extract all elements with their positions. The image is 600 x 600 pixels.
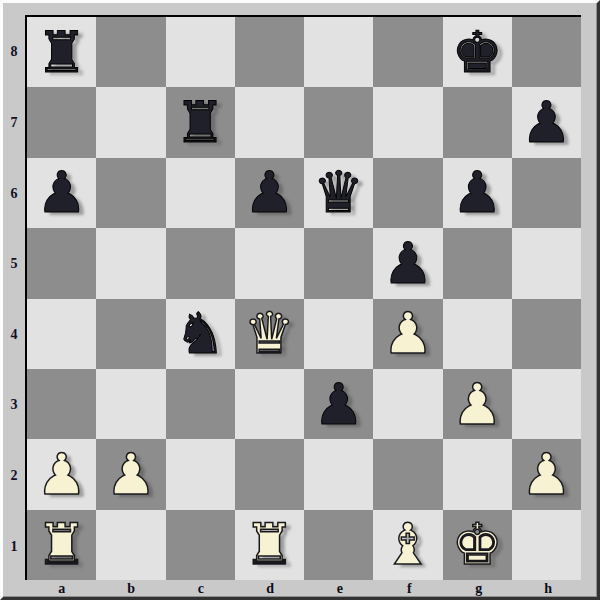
white-rook-d1: ♜ — [244, 516, 295, 573]
square-a8[interactable]: ♜ — [27, 17, 96, 87]
square-a4[interactable] — [27, 299, 96, 369]
square-a2[interactable]: ♟ — [27, 439, 96, 509]
black-king-g8: ♚ — [452, 24, 503, 81]
rank-label-8: 8 — [3, 17, 25, 88]
square-c3[interactable] — [166, 369, 235, 439]
square-d1[interactable]: ♜ — [235, 510, 304, 580]
white-pawn-a2: ♟ — [36, 446, 87, 503]
black-queen-e6: ♛ — [313, 164, 364, 221]
square-a7[interactable] — [27, 87, 96, 157]
square-g7[interactable] — [443, 87, 512, 157]
square-h5[interactable] — [512, 228, 581, 298]
square-d5[interactable] — [235, 228, 304, 298]
square-b6[interactable] — [96, 158, 165, 228]
square-h1[interactable] — [512, 510, 581, 580]
square-e5[interactable] — [304, 228, 373, 298]
square-b4[interactable] — [96, 299, 165, 369]
black-rook-a8: ♜ — [36, 24, 87, 81]
square-f5[interactable]: ♟ — [373, 228, 442, 298]
file-label-b: b — [97, 581, 167, 597]
square-f8[interactable] — [373, 17, 442, 87]
rank-label-7: 7 — [3, 88, 25, 159]
square-a3[interactable] — [27, 369, 96, 439]
square-g6[interactable]: ♟ — [443, 158, 512, 228]
square-d8[interactable] — [235, 17, 304, 87]
square-a5[interactable] — [27, 228, 96, 298]
black-knight-c4: ♞ — [175, 305, 226, 362]
square-g4[interactable] — [443, 299, 512, 369]
square-b8[interactable] — [96, 17, 165, 87]
rank-labels: 87654321 — [3, 17, 25, 582]
black-pawn-g6: ♟ — [452, 164, 503, 221]
square-h4[interactable] — [512, 299, 581, 369]
square-f3[interactable] — [373, 369, 442, 439]
rank-label-6: 6 — [3, 158, 25, 229]
square-a6[interactable]: ♟ — [27, 158, 96, 228]
square-c8[interactable] — [166, 17, 235, 87]
square-f4[interactable]: ♟ — [373, 299, 442, 369]
black-pawn-a6: ♟ — [36, 164, 87, 221]
file-label-e: e — [305, 581, 375, 597]
white-queen-d4: ♛ — [244, 305, 295, 362]
square-g8[interactable]: ♚ — [443, 17, 512, 87]
black-pawn-e3: ♟ — [313, 376, 364, 433]
rank-label-1: 1 — [3, 511, 25, 582]
square-d4[interactable]: ♛ — [235, 299, 304, 369]
square-d3[interactable] — [235, 369, 304, 439]
square-e8[interactable] — [304, 17, 373, 87]
file-label-a: a — [27, 581, 97, 597]
chessboard: ♜♚♜♟♟♟♛♟♟♞♛♟♟♟♟♟♟♜♜♝♚ — [25, 15, 581, 580]
file-label-h: h — [514, 581, 584, 597]
square-f6[interactable] — [373, 158, 442, 228]
square-g3[interactable]: ♟ — [443, 369, 512, 439]
square-c4[interactable]: ♞ — [166, 299, 235, 369]
square-h2[interactable]: ♟ — [512, 439, 581, 509]
square-c6[interactable] — [166, 158, 235, 228]
black-rook-c7: ♜ — [175, 94, 226, 151]
square-h3[interactable] — [512, 369, 581, 439]
square-b1[interactable] — [96, 510, 165, 580]
square-d6[interactable]: ♟ — [235, 158, 304, 228]
file-label-g: g — [444, 581, 514, 597]
white-king-g1: ♚ — [452, 516, 503, 573]
square-f7[interactable] — [373, 87, 442, 157]
file-labels: abcdefgh — [27, 581, 583, 597]
square-h6[interactable] — [512, 158, 581, 228]
black-pawn-f5: ♟ — [382, 235, 433, 292]
square-e4[interactable] — [304, 299, 373, 369]
square-f1[interactable]: ♝ — [373, 510, 442, 580]
rank-label-5: 5 — [3, 229, 25, 300]
square-d2[interactable] — [235, 439, 304, 509]
square-b2[interactable]: ♟ — [96, 439, 165, 509]
rank-label-2: 2 — [3, 441, 25, 512]
white-pawn-b2: ♟ — [105, 446, 156, 503]
square-a1[interactable]: ♜ — [27, 510, 96, 580]
file-label-c: c — [166, 581, 236, 597]
square-e3[interactable]: ♟ — [304, 369, 373, 439]
square-g5[interactable] — [443, 228, 512, 298]
square-e7[interactable] — [304, 87, 373, 157]
square-h7[interactable]: ♟ — [512, 87, 581, 157]
white-bishop-f1: ♝ — [382, 516, 433, 573]
square-e6[interactable]: ♛ — [304, 158, 373, 228]
square-b7[interactable] — [96, 87, 165, 157]
black-pawn-h7: ♟ — [521, 94, 572, 151]
white-rook-a1: ♜ — [36, 516, 87, 573]
square-h8[interactable] — [512, 17, 581, 87]
white-pawn-g3: ♟ — [452, 376, 503, 433]
square-b5[interactable] — [96, 228, 165, 298]
square-c2[interactable] — [166, 439, 235, 509]
square-e2[interactable] — [304, 439, 373, 509]
rank-label-4: 4 — [3, 300, 25, 371]
square-f2[interactable] — [373, 439, 442, 509]
chess-diagram: 87654321 ♜♚♜♟♟♟♛♟♟♞♛♟♟♟♟♟♟♜♜♝♚ abcdefgh — [0, 0, 600, 600]
rank-label-3: 3 — [3, 370, 25, 441]
square-c5[interactable] — [166, 228, 235, 298]
white-pawn-h2: ♟ — [521, 446, 572, 503]
square-c7[interactable]: ♜ — [166, 87, 235, 157]
file-label-d: d — [236, 581, 306, 597]
square-d7[interactable] — [235, 87, 304, 157]
black-pawn-d6: ♟ — [244, 164, 295, 221]
square-c1[interactable] — [166, 510, 235, 580]
square-g2[interactable] — [443, 439, 512, 509]
file-label-f: f — [375, 581, 445, 597]
square-g1[interactable]: ♚ — [443, 510, 512, 580]
square-b3[interactable] — [96, 369, 165, 439]
white-pawn-f4: ♟ — [382, 305, 433, 362]
square-e1[interactable] — [304, 510, 373, 580]
